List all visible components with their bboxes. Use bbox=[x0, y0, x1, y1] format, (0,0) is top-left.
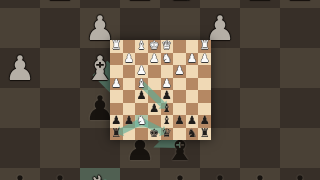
square-b6 bbox=[240, 128, 280, 168]
chess-board[interactable]: ♜♝♚♛♜♟♟♞♟♟♟♟♟♝♟♟♟♟♝♟♟♞♝♟♟♟♜♚♛♞♜ bbox=[110, 40, 211, 140]
square-b4 bbox=[240, 48, 280, 88]
square-f2 bbox=[80, 0, 120, 8]
piece-white-knight-d2[interactable]: ♞ bbox=[162, 53, 172, 65]
square-h8[interactable]: ♜ bbox=[110, 128, 123, 141]
piece-white-pawn-g2: ♟ bbox=[45, 0, 75, 5]
piece-black-rook-h8[interactable]: ♜ bbox=[111, 128, 121, 140]
square-b5 bbox=[240, 88, 280, 128]
square-b2[interactable]: ♟ bbox=[186, 53, 199, 66]
piece-white-pawn-e2: ♟ bbox=[125, 0, 155, 5]
square-b7: ♟ bbox=[240, 168, 280, 180]
square-e2[interactable]: ♟ bbox=[148, 53, 161, 66]
square-c2 bbox=[200, 0, 240, 8]
square-c5[interactable] bbox=[173, 90, 186, 103]
square-b4[interactable] bbox=[186, 78, 199, 91]
square-h7: ♟ bbox=[0, 168, 40, 180]
piece-white-pawn-g2[interactable]: ♟ bbox=[124, 53, 134, 65]
square-c8[interactable] bbox=[173, 128, 186, 141]
square-g5[interactable] bbox=[123, 90, 136, 103]
square-g4 bbox=[40, 48, 80, 88]
square-a7: ♟ bbox=[280, 168, 320, 180]
piece-white-pawn-c3[interactable]: ♟ bbox=[174, 65, 184, 77]
square-c7[interactable]: ♟ bbox=[173, 115, 186, 128]
square-g2: ♟ bbox=[40, 0, 80, 8]
piece-black-pawn-h7: ♟ bbox=[5, 171, 35, 180]
piece-white-knight-d2: ♞ bbox=[165, 0, 195, 5]
square-f7[interactable]: ♞ bbox=[135, 115, 148, 128]
square-e3[interactable] bbox=[148, 65, 161, 78]
piece-white-knight-f7[interactable]: ♞ bbox=[136, 115, 146, 127]
square-c4[interactable] bbox=[173, 78, 186, 91]
square-h1[interactable]: ♜ bbox=[110, 40, 123, 53]
square-d8[interactable]: ♛ bbox=[161, 128, 174, 141]
square-h5[interactable] bbox=[110, 90, 123, 103]
square-c7: ♟ bbox=[200, 168, 240, 180]
piece-black-knight-b8[interactable]: ♞ bbox=[187, 128, 197, 140]
piece-white-pawn-e2[interactable]: ♟ bbox=[149, 53, 159, 65]
square-e6[interactable]: ♟ bbox=[148, 103, 161, 116]
video-frame: ♜♝♚♛♜♟♟♞♟♟♟♟♟♝♟♟♟♟♝♟♟♞♝♟♟♟♜♚♛♞♜ ♜♝♚♛♜♟♟♞… bbox=[0, 0, 320, 180]
piece-white-pawn-b2: ♟ bbox=[245, 0, 275, 5]
piece-white-rook-h1[interactable]: ♜ bbox=[111, 40, 121, 52]
square-g7: ♟ bbox=[40, 168, 80, 180]
piece-black-pawn-c7: ♟ bbox=[205, 171, 235, 180]
square-g7[interactable]: ♟ bbox=[123, 115, 136, 128]
piece-black-queen-d8[interactable]: ♛ bbox=[162, 128, 172, 140]
square-d2: ♞ bbox=[160, 0, 200, 8]
square-a2[interactable]: ♟ bbox=[198, 53, 211, 66]
square-f8[interactable] bbox=[135, 128, 148, 141]
square-a4[interactable] bbox=[198, 78, 211, 91]
square-e8[interactable]: ♚ bbox=[148, 128, 161, 141]
square-a3 bbox=[280, 8, 320, 48]
piece-black-rook-a8[interactable]: ♜ bbox=[199, 128, 209, 140]
piece-white-pawn-h4: ♟ bbox=[5, 51, 35, 85]
piece-black-king-e8[interactable]: ♚ bbox=[149, 128, 159, 140]
square-b3[interactable] bbox=[186, 65, 199, 78]
piece-white-pawn-h4[interactable]: ♟ bbox=[111, 78, 121, 90]
square-g4[interactable] bbox=[123, 78, 136, 91]
piece-black-pawn-g7[interactable]: ♟ bbox=[124, 115, 134, 127]
square-a6 bbox=[280, 128, 320, 168]
piece-white-pawn-b2[interactable]: ♟ bbox=[187, 53, 197, 65]
square-d7: ♝ bbox=[160, 168, 200, 180]
square-b5[interactable] bbox=[186, 90, 199, 103]
square-b2: ♟ bbox=[240, 0, 280, 8]
square-g6 bbox=[40, 128, 80, 168]
square-f7: ♞ bbox=[80, 168, 120, 180]
piece-black-pawn-b7: ♟ bbox=[245, 171, 275, 180]
square-g3 bbox=[40, 8, 80, 48]
square-h6 bbox=[0, 128, 40, 168]
piece-black-pawn-f5[interactable]: ♟ bbox=[136, 90, 146, 102]
piece-black-bishop-d7: ♝ bbox=[165, 171, 195, 180]
square-b8[interactable]: ♞ bbox=[186, 128, 199, 141]
square-f1[interactable]: ♝ bbox=[135, 40, 148, 53]
square-h2[interactable] bbox=[110, 53, 123, 66]
square-a8[interactable]: ♜ bbox=[198, 128, 211, 141]
square-g2[interactable]: ♟ bbox=[123, 53, 136, 66]
square-a5[interactable] bbox=[198, 90, 211, 103]
square-e4[interactable] bbox=[148, 78, 161, 91]
piece-white-knight-f7: ♞ bbox=[85, 171, 115, 180]
piece-black-pawn-c7[interactable]: ♟ bbox=[174, 115, 184, 127]
square-h4: ♟ bbox=[0, 48, 40, 88]
square-h2 bbox=[0, 0, 40, 8]
square-c1[interactable] bbox=[173, 40, 186, 53]
square-e2: ♟ bbox=[120, 0, 160, 8]
piece-white-bishop-f1[interactable]: ♝ bbox=[136, 40, 146, 52]
square-e7 bbox=[120, 168, 160, 180]
square-f5[interactable]: ♟ bbox=[135, 90, 148, 103]
piece-black-pawn-g7: ♟ bbox=[45, 171, 75, 180]
piece-white-pawn-a2[interactable]: ♟ bbox=[199, 53, 209, 65]
square-h3 bbox=[0, 8, 40, 48]
square-g3[interactable] bbox=[123, 65, 136, 78]
square-g8[interactable] bbox=[123, 128, 136, 141]
square-b3 bbox=[240, 8, 280, 48]
square-h4[interactable]: ♟ bbox=[110, 78, 123, 91]
piece-black-pawn-a7: ♟ bbox=[285, 171, 315, 180]
square-h5 bbox=[0, 88, 40, 128]
square-a3[interactable] bbox=[198, 65, 211, 78]
square-a2: ♟ bbox=[280, 0, 320, 8]
square-a5 bbox=[280, 88, 320, 128]
square-g5 bbox=[40, 88, 80, 128]
piece-white-pawn-a2: ♟ bbox=[285, 0, 315, 5]
square-a4 bbox=[280, 48, 320, 88]
piece-black-pawn-e6[interactable]: ♟ bbox=[149, 103, 159, 115]
square-d2[interactable]: ♞ bbox=[161, 53, 174, 66]
square-c3[interactable]: ♟ bbox=[173, 65, 186, 78]
